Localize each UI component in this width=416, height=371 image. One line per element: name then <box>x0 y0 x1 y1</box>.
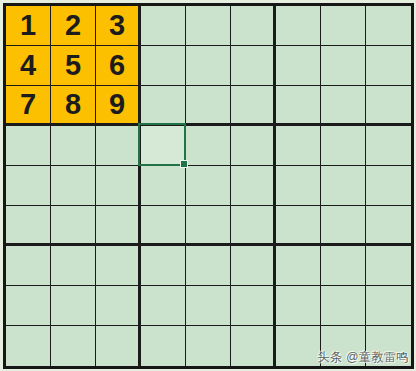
board: 123456789 <box>3 3 414 369</box>
cell-r1c7[interactable] <box>276 6 321 46</box>
cell-r7c2[interactable] <box>51 246 96 286</box>
cell-r4c9[interactable] <box>366 126 411 166</box>
cell-r6c5[interactable] <box>186 206 231 246</box>
cell-r1c5[interactable] <box>186 6 231 46</box>
cell-r5c9[interactable] <box>366 166 411 206</box>
cell-r2c2[interactable]: 5 <box>51 46 96 86</box>
cell-r8c3[interactable] <box>96 286 141 326</box>
cell-r8c8[interactable] <box>321 286 366 326</box>
cell-r3c6[interactable] <box>231 86 276 126</box>
cell-r6c4[interactable] <box>141 206 186 246</box>
cell-r9c3[interactable] <box>96 326 141 366</box>
cell-r5c2[interactable] <box>51 166 96 206</box>
cell-r4c5[interactable] <box>186 126 231 166</box>
cell-r9c7[interactable] <box>276 326 321 366</box>
cell-r2c4[interactable] <box>141 46 186 86</box>
cell-r5c3[interactable] <box>96 166 141 206</box>
cell-r2c1[interactable]: 4 <box>6 46 51 86</box>
cell-r5c7[interactable] <box>276 166 321 206</box>
cell-r6c2[interactable] <box>51 206 96 246</box>
cell-r6c8[interactable] <box>321 206 366 246</box>
cell-r7c8[interactable] <box>321 246 366 286</box>
cell-r8c9[interactable] <box>366 286 411 326</box>
cell-r2c3[interactable]: 6 <box>96 46 141 86</box>
cell-r3c1[interactable]: 7 <box>6 86 51 126</box>
cell-r1c3[interactable]: 3 <box>96 6 141 46</box>
cell-r6c9[interactable] <box>366 206 411 246</box>
cell-r9c6[interactable] <box>231 326 276 366</box>
cell-r4c6[interactable] <box>231 126 276 166</box>
cell-r2c6[interactable] <box>231 46 276 86</box>
cell-r3c7[interactable] <box>276 86 321 126</box>
cell-r3c9[interactable] <box>366 86 411 126</box>
cell-r4c4[interactable] <box>141 126 186 166</box>
cell-r7c4[interactable] <box>141 246 186 286</box>
cell-r4c2[interactable] <box>51 126 96 166</box>
cell-r7c6[interactable] <box>231 246 276 286</box>
selection-box[interactable] <box>138 123 186 166</box>
cell-r1c1[interactable]: 1 <box>6 6 51 46</box>
cell-r8c1[interactable] <box>6 286 51 326</box>
cell-r4c1[interactable] <box>6 126 51 166</box>
cell-r4c3[interactable] <box>96 126 141 166</box>
cell-r5c1[interactable] <box>6 166 51 206</box>
cell-r5c6[interactable] <box>231 166 276 206</box>
cell-r7c7[interactable] <box>276 246 321 286</box>
cell-r6c6[interactable] <box>231 206 276 246</box>
cell-r1c2[interactable]: 2 <box>51 6 96 46</box>
cell-r2c9[interactable] <box>366 46 411 86</box>
cell-r1c6[interactable] <box>231 6 276 46</box>
cell-r7c3[interactable] <box>96 246 141 286</box>
cell-r3c8[interactable] <box>321 86 366 126</box>
cell-r8c4[interactable] <box>141 286 186 326</box>
cell-r6c1[interactable] <box>6 206 51 246</box>
cell-r2c8[interactable] <box>321 46 366 86</box>
cell-r8c7[interactable] <box>276 286 321 326</box>
cell-r3c3[interactable]: 9 <box>96 86 141 126</box>
cell-r3c2[interactable]: 8 <box>51 86 96 126</box>
cell-r3c5[interactable] <box>186 86 231 126</box>
cell-r9c4[interactable] <box>141 326 186 366</box>
cell-r7c1[interactable] <box>6 246 51 286</box>
fill-handle[interactable] <box>180 160 188 168</box>
watermark: 头条 @童教雷鸣 <box>317 349 409 366</box>
cell-r5c5[interactable] <box>186 166 231 206</box>
cell-r8c5[interactable] <box>186 286 231 326</box>
cell-r2c5[interactable] <box>186 46 231 86</box>
cell-r4c7[interactable] <box>276 126 321 166</box>
cell-r1c8[interactable] <box>321 6 366 46</box>
cell-r9c5[interactable] <box>186 326 231 366</box>
cell-r8c2[interactable] <box>51 286 96 326</box>
cell-r9c1[interactable] <box>6 326 51 366</box>
cell-r3c4[interactable] <box>141 86 186 126</box>
cell-r5c4[interactable] <box>141 166 186 206</box>
cell-r1c9[interactable] <box>366 6 411 46</box>
cell-r7c9[interactable] <box>366 246 411 286</box>
cell-r2c7[interactable] <box>276 46 321 86</box>
cell-r6c3[interactable] <box>96 206 141 246</box>
cell-r4c8[interactable] <box>321 126 366 166</box>
cell-r9c2[interactable] <box>51 326 96 366</box>
cell-r8c6[interactable] <box>231 286 276 326</box>
cell-r7c5[interactable] <box>186 246 231 286</box>
cell-r5c8[interactable] <box>321 166 366 206</box>
cell-r6c7[interactable] <box>276 206 321 246</box>
cell-r1c4[interactable] <box>141 6 186 46</box>
